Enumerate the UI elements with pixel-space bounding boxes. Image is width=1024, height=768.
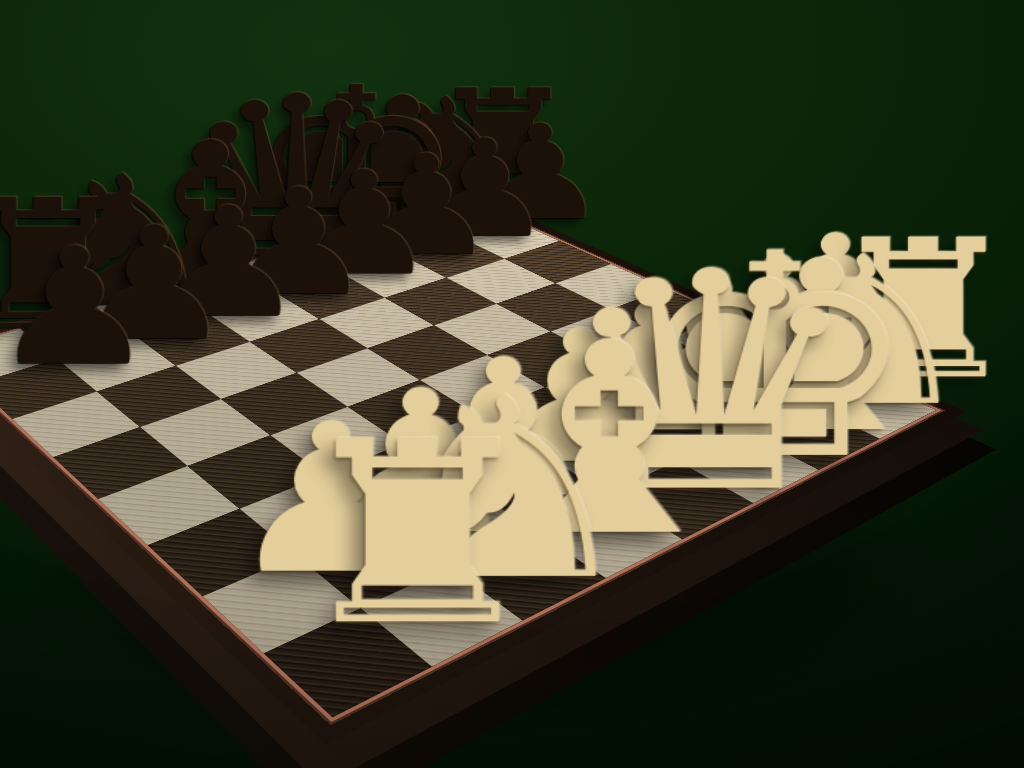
piece-black-pawn-a7[interactable]: ♟ [0,226,80,388]
piece-white-rook-a1[interactable]: ♜ [287,409,408,661]
scene: ♜♞♝♛♚♝♞♜♟♟♟♟♟♟♟♟♟♟♟♟♟♟♟♟♜♞♝♛♚♝♞♜ [0,0,1024,768]
